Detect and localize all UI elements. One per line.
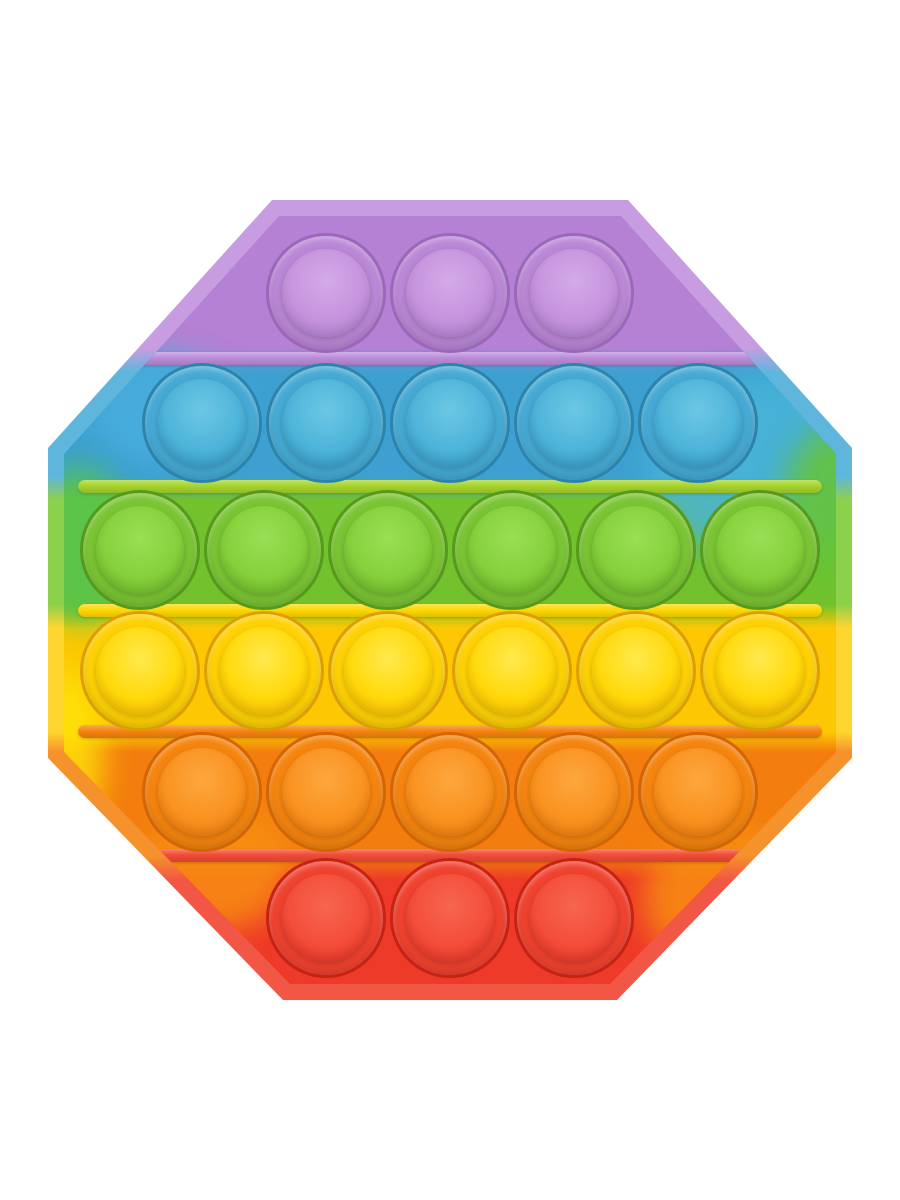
pop-it-board: [48, 200, 852, 1000]
bubble-dome: [220, 506, 308, 594]
bubble-dome: [344, 627, 432, 715]
bubble-dome: [592, 627, 680, 715]
bubble[interactable]: [579, 614, 693, 728]
bubble[interactable]: [83, 614, 197, 728]
bubble[interactable]: [83, 493, 197, 607]
bubble[interactable]: [393, 366, 507, 480]
bubble[interactable]: [703, 493, 817, 607]
bubble-dome: [530, 249, 618, 337]
bubble-dome: [716, 506, 804, 594]
bubble[interactable]: [455, 493, 569, 607]
bubble[interactable]: [517, 735, 631, 849]
bubble[interactable]: [517, 861, 631, 975]
bubble[interactable]: [641, 366, 755, 480]
bubble-dome: [282, 379, 370, 467]
bubble[interactable]: [145, 735, 259, 849]
product-photo-stage: [0, 0, 900, 1200]
bubble-dome: [530, 748, 618, 836]
bubble-dome: [344, 506, 432, 594]
bubble[interactable]: [331, 614, 445, 728]
bubble-dome: [158, 748, 246, 836]
bubble-dome: [592, 506, 680, 594]
bubble-dome: [654, 379, 742, 467]
bubble-dome: [158, 379, 246, 467]
bubble-dome: [96, 506, 184, 594]
bubble[interactable]: [455, 614, 569, 728]
bubble-dome: [406, 379, 494, 467]
bubble[interactable]: [269, 236, 383, 350]
row-divider: [133, 352, 767, 365]
bubble[interactable]: [703, 614, 817, 728]
bubble[interactable]: [145, 366, 259, 480]
bubble-row-blue: [48, 366, 852, 480]
bubble[interactable]: [207, 493, 321, 607]
bubble-dome: [406, 748, 494, 836]
bubble-dome: [716, 627, 804, 715]
bubble[interactable]: [393, 861, 507, 975]
bubble[interactable]: [269, 366, 383, 480]
bubble[interactable]: [393, 735, 507, 849]
bubble-row-orange: [48, 735, 852, 849]
bubble[interactable]: [331, 493, 445, 607]
bubble-dome: [468, 506, 556, 594]
bubble-dome: [406, 249, 494, 337]
bubble-row-yellow: [48, 614, 852, 728]
bubble-row-green: [48, 493, 852, 607]
bubble[interactable]: [393, 236, 507, 350]
bubble[interactable]: [269, 735, 383, 849]
bubble[interactable]: [207, 614, 321, 728]
bubble[interactable]: [517, 366, 631, 480]
bubble-dome: [282, 249, 370, 337]
row-divider: [78, 480, 822, 493]
bubble-dome: [654, 748, 742, 836]
bubble[interactable]: [641, 735, 755, 849]
bubble-dome: [530, 874, 618, 962]
bubble[interactable]: [579, 493, 693, 607]
bubble-dome: [220, 627, 308, 715]
bubble-dome: [530, 379, 618, 467]
bubble-dome: [406, 874, 494, 962]
bubble-dome: [468, 627, 556, 715]
bubble-dome: [282, 874, 370, 962]
bubble-dome: [96, 627, 184, 715]
bubble[interactable]: [517, 236, 631, 350]
bubble[interactable]: [269, 861, 383, 975]
bubble-dome: [282, 748, 370, 836]
